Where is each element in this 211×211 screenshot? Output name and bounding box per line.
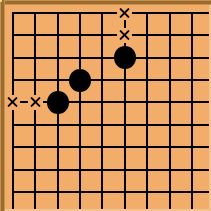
board-point — [114, 47, 136, 69]
x-mark-icon — [28, 95, 43, 110]
board-point — [2, 69, 24, 91]
board-point — [91, 158, 113, 180]
board-point — [181, 181, 203, 203]
board-point — [181, 91, 203, 113]
board-point — [114, 2, 136, 24]
board-point — [136, 47, 158, 69]
board-point — [91, 136, 113, 158]
board-point — [24, 24, 46, 46]
board-point — [47, 24, 69, 46]
board-point — [181, 47, 203, 69]
board-point — [114, 136, 136, 158]
board-point — [2, 136, 24, 158]
board-point — [91, 24, 113, 46]
black-stone — [47, 91, 69, 114]
board-point — [181, 114, 203, 136]
board-point — [47, 158, 69, 180]
board-point — [114, 69, 136, 91]
board-point — [91, 47, 113, 69]
x-mark-icon — [117, 28, 132, 43]
board-point — [158, 24, 180, 46]
board-point — [69, 158, 91, 180]
board-point — [136, 2, 158, 24]
board-point — [158, 181, 180, 203]
board-point — [91, 91, 113, 113]
board-point — [114, 24, 136, 46]
board-point — [24, 69, 46, 91]
board-point — [136, 91, 158, 113]
board-point — [69, 91, 91, 113]
board-point — [91, 181, 113, 203]
board-point — [24, 91, 46, 113]
board-point — [24, 136, 46, 158]
go-corner-diagram — [0, 0, 211, 211]
x-mark-icon — [117, 5, 132, 20]
board-point — [181, 136, 203, 158]
board-point — [91, 69, 113, 91]
board-point — [47, 181, 69, 203]
black-stone — [114, 46, 136, 69]
board-point — [69, 69, 91, 91]
board-point — [69, 136, 91, 158]
black-stone — [69, 69, 91, 92]
board-point — [158, 47, 180, 69]
board-point — [2, 47, 24, 69]
board-point — [181, 158, 203, 180]
board-point — [2, 158, 24, 180]
board-point — [24, 2, 46, 24]
board-point — [69, 114, 91, 136]
board-point — [181, 2, 203, 24]
board-point — [47, 91, 69, 113]
board-point — [47, 114, 69, 136]
board-point — [91, 114, 113, 136]
board-point — [114, 91, 136, 113]
board-point — [69, 2, 91, 24]
board-point — [158, 69, 180, 91]
board-point — [2, 2, 24, 24]
board-point — [158, 158, 180, 180]
board-point — [47, 136, 69, 158]
board-point — [136, 24, 158, 46]
x-mark-icon — [5, 95, 20, 110]
board-grid — [2, 2, 203, 203]
board-point — [47, 2, 69, 24]
board-point — [69, 24, 91, 46]
board-point — [114, 181, 136, 203]
board-point — [2, 24, 24, 46]
board-point — [158, 136, 180, 158]
board-point — [158, 91, 180, 113]
board-point — [24, 181, 46, 203]
board-point — [24, 158, 46, 180]
cropped-edge-right — [209, 0, 211, 211]
board-point — [69, 47, 91, 69]
board-point — [136, 181, 158, 203]
board-point — [136, 158, 158, 180]
board-point — [2, 114, 24, 136]
board-point — [181, 69, 203, 91]
board-point — [136, 69, 158, 91]
board-point — [24, 47, 46, 69]
board-point — [24, 114, 46, 136]
board-point — [47, 47, 69, 69]
board-point — [158, 2, 180, 24]
board-point — [114, 114, 136, 136]
board-point — [136, 114, 158, 136]
board-point — [158, 114, 180, 136]
board-point — [181, 24, 203, 46]
board-point — [2, 181, 24, 203]
board-point — [2, 91, 24, 113]
board-point — [114, 158, 136, 180]
board-point — [69, 181, 91, 203]
cropped-edge-bottom — [0, 209, 211, 211]
board-point — [136, 136, 158, 158]
board-point — [91, 2, 113, 24]
board-point — [47, 69, 69, 91]
